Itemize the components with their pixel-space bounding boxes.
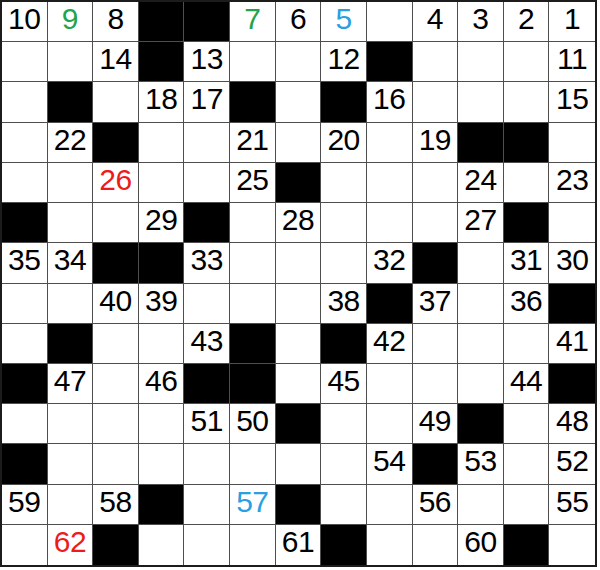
- cell-r10-c9[interactable]: [367, 364, 413, 404]
- cell-r6-c5-block: [184, 203, 230, 243]
- clue-number-21: 21: [230, 124, 275, 156]
- cell-r14-c1[interactable]: [2, 525, 48, 565]
- cell-r7-c12[interactable]: 31: [504, 243, 550, 283]
- cell-r13-c8[interactable]: [321, 485, 367, 525]
- cell-r14-c8-block: [321, 525, 367, 565]
- cell-r14-c13[interactable]: [549, 525, 595, 565]
- cell-r6-c4[interactable]: 29: [139, 203, 185, 243]
- cell-r12-c1-block: [2, 444, 48, 484]
- clue-number-4: 4: [413, 3, 458, 35]
- clue-number-41: 41: [549, 325, 595, 357]
- cell-r11-c11-block: [458, 404, 504, 444]
- cell-r2-c13[interactable]: 11: [549, 42, 595, 82]
- clue-number-12: 12: [321, 43, 366, 75]
- cell-r7-c6[interactable]: [230, 243, 276, 283]
- cell-r10-c10[interactable]: [413, 364, 459, 404]
- cell-r14-c7[interactable]: 61: [276, 525, 322, 565]
- cell-r11-c1[interactable]: [2, 404, 48, 444]
- cell-r4-c9[interactable]: [367, 123, 413, 163]
- cell-r12-c3[interactable]: [93, 444, 139, 484]
- cell-r10-c8[interactable]: 45: [321, 364, 367, 404]
- cell-r14-c6[interactable]: [230, 525, 276, 565]
- clue-number-60: 60: [458, 526, 503, 558]
- cell-r1-c1[interactable]: 10: [2, 2, 48, 42]
- cell-r1-c10[interactable]: 4: [413, 2, 459, 42]
- cell-r3-c11[interactable]: [458, 82, 504, 122]
- cell-r12-c13[interactable]: 52: [549, 444, 595, 484]
- cell-r10-c5-block: [184, 364, 230, 404]
- cell-r4-c1[interactable]: [2, 123, 48, 163]
- cell-r5-c2[interactable]: [48, 163, 94, 203]
- cell-r7-c7[interactable]: [276, 243, 322, 283]
- cell-r4-c4[interactable]: [139, 123, 185, 163]
- cell-r8-c2[interactable]: [48, 284, 94, 324]
- clue-number-52: 52: [549, 445, 595, 477]
- cell-r4-c12-block: [504, 123, 550, 163]
- cell-r11-c8[interactable]: [321, 404, 367, 444]
- clue-number-17: 17: [184, 83, 229, 115]
- cell-r5-c8[interactable]: [321, 163, 367, 203]
- clue-number-30: 30: [549, 244, 595, 276]
- cell-r10-c3[interactable]: [93, 364, 139, 404]
- clue-number-35: 35: [2, 244, 47, 276]
- clue-number-61: 61: [276, 526, 321, 558]
- cell-r5-c13[interactable]: 23: [549, 163, 595, 203]
- clue-number-19: 19: [413, 124, 458, 156]
- clue-number-7: 7: [230, 3, 275, 35]
- cell-r3-c3[interactable]: [93, 82, 139, 122]
- cell-r1-c12[interactable]: 2: [504, 2, 550, 42]
- clue-number-57: 57: [230, 486, 275, 518]
- clue-number-56: 56: [413, 486, 458, 518]
- cell-r11-c7-block: [276, 404, 322, 444]
- cell-r13-c11[interactable]: [458, 485, 504, 525]
- cell-r3-c6-block: [230, 82, 276, 122]
- cell-r3-c12[interactable]: [504, 82, 550, 122]
- cell-r11-c10[interactable]: 49: [413, 404, 459, 444]
- cell-r11-c4[interactable]: [139, 404, 185, 444]
- cell-r6-c9[interactable]: [367, 203, 413, 243]
- cell-r13-c3[interactable]: 58: [93, 485, 139, 525]
- cell-r4-c2[interactable]: 22: [48, 123, 94, 163]
- cell-r10-c12[interactable]: 44: [504, 364, 550, 404]
- cell-r14-c9[interactable]: [367, 525, 413, 565]
- cell-r6-c8[interactable]: [321, 203, 367, 243]
- clue-number-16: 16: [367, 83, 412, 115]
- cell-r2-c12[interactable]: [504, 42, 550, 82]
- clue-number-62: 62: [48, 526, 93, 558]
- cell-r7-c10-block: [413, 243, 459, 283]
- cell-r14-c3-block: [93, 525, 139, 565]
- cell-r6-c10[interactable]: [413, 203, 459, 243]
- cell-r8-c4[interactable]: 39: [139, 284, 185, 324]
- clue-number-33: 33: [184, 244, 229, 276]
- cell-r2-c11[interactable]: [458, 42, 504, 82]
- cell-r14-c5[interactable]: [184, 525, 230, 565]
- cell-r7-c9[interactable]: 32: [367, 243, 413, 283]
- clue-number-8: 8: [93, 3, 138, 35]
- cell-r10-c4[interactable]: 46: [139, 364, 185, 404]
- clue-number-47: 47: [48, 365, 93, 397]
- cell-r7-c11[interactable]: [458, 243, 504, 283]
- cell-r12-c7[interactable]: [276, 444, 322, 484]
- clue-number-11: 11: [549, 43, 595, 75]
- cell-r5-c4[interactable]: [139, 163, 185, 203]
- clue-number-31: 31: [504, 244, 549, 276]
- cell-r1-c6[interactable]: 7: [230, 2, 276, 42]
- clue-number-25: 25: [230, 164, 275, 196]
- cell-r10-c6-block: [230, 364, 276, 404]
- cell-r3-c7[interactable]: [276, 82, 322, 122]
- cell-r14-c4[interactable]: [139, 525, 185, 565]
- cell-r13-c5[interactable]: [184, 485, 230, 525]
- cell-r9-c5[interactable]: 43: [184, 324, 230, 364]
- cell-r2-c4-block: [139, 42, 185, 82]
- cell-r10-c1-block: [2, 364, 48, 404]
- cell-r9-c1[interactable]: [2, 324, 48, 364]
- clue-number-42: 42: [367, 325, 412, 357]
- clue-number-18: 18: [139, 83, 184, 115]
- cell-r9-c2-block: [48, 324, 94, 364]
- cell-r3-c2-block: [48, 82, 94, 122]
- cell-r5-c5[interactable]: [184, 163, 230, 203]
- cell-r12-c8[interactable]: [321, 444, 367, 484]
- clue-number-55: 55: [549, 486, 595, 518]
- clue-number-2: 2: [504, 3, 549, 35]
- cell-r4-c8[interactable]: 20: [321, 123, 367, 163]
- clue-number-23: 23: [549, 164, 595, 196]
- cell-r11-c13[interactable]: 48: [549, 404, 595, 444]
- cell-r1-c7[interactable]: 6: [276, 2, 322, 42]
- clue-number-37: 37: [413, 285, 458, 317]
- cell-r5-c1[interactable]: [2, 163, 48, 203]
- cell-r9-c4[interactable]: [139, 324, 185, 364]
- cell-r8-c9-block: [367, 284, 413, 324]
- cell-r3-c13[interactable]: 15: [549, 82, 595, 122]
- clue-number-9: 9: [48, 3, 93, 35]
- cell-r13-c1[interactable]: 59: [2, 485, 48, 525]
- cell-r6-c1-block: [2, 203, 48, 243]
- clue-number-45: 45: [321, 365, 366, 397]
- clue-number-40: 40: [93, 285, 138, 317]
- cell-r3-c4[interactable]: 18: [139, 82, 185, 122]
- cell-r9-c13[interactable]: 41: [549, 324, 595, 364]
- cell-r6-c6[interactable]: [230, 203, 276, 243]
- cell-r11-c2[interactable]: [48, 404, 94, 444]
- cell-r14-c11[interactable]: 60: [458, 525, 504, 565]
- cell-r1-c3[interactable]: 8: [93, 2, 139, 42]
- cell-r2-c8[interactable]: 12: [321, 42, 367, 82]
- cell-r6-c7[interactable]: 28: [276, 203, 322, 243]
- cell-r8-c7[interactable]: [276, 284, 322, 324]
- cell-r9-c11[interactable]: [458, 324, 504, 364]
- cell-r7-c5[interactable]: 33: [184, 243, 230, 283]
- crossword-board: 1098765432114131211181716152221201926252…: [0, 0, 597, 567]
- clue-number-51: 51: [184, 405, 229, 437]
- cell-r6-c13[interactable]: [549, 203, 595, 243]
- cell-r12-c10-block: [413, 444, 459, 484]
- cell-r6-c11[interactable]: 27: [458, 203, 504, 243]
- cell-r1-c2[interactable]: 9: [48, 2, 94, 42]
- cell-r13-c6[interactable]: 57: [230, 485, 276, 525]
- cell-r4-c10[interactable]: 19: [413, 123, 459, 163]
- clue-number-34: 34: [48, 244, 93, 276]
- clue-number-14: 14: [93, 43, 138, 75]
- cell-r8-c1[interactable]: [2, 284, 48, 324]
- clue-number-20: 20: [321, 124, 366, 156]
- cell-r9-c7[interactable]: [276, 324, 322, 364]
- cell-r5-c6[interactable]: 25: [230, 163, 276, 203]
- cell-r12-c4[interactable]: [139, 444, 185, 484]
- clue-number-44: 44: [504, 365, 549, 397]
- cell-r9-c6-block: [230, 324, 276, 364]
- clue-number-28: 28: [276, 204, 321, 236]
- cell-r1-c11[interactable]: 3: [458, 2, 504, 42]
- cell-r3-c1[interactable]: [2, 82, 48, 122]
- clue-number-22: 22: [48, 124, 93, 156]
- cell-r3-c5[interactable]: 17: [184, 82, 230, 122]
- cell-r14-c12-block: [504, 525, 550, 565]
- cell-r14-c2[interactable]: 62: [48, 525, 94, 565]
- cell-r8-c12[interactable]: 36: [504, 284, 550, 324]
- cell-r14-c10[interactable]: [413, 525, 459, 565]
- cell-r13-c9[interactable]: [367, 485, 413, 525]
- cell-r12-c5[interactable]: [184, 444, 230, 484]
- cell-r2-c6[interactable]: [230, 42, 276, 82]
- cell-r6-c2[interactable]: [48, 203, 94, 243]
- clue-number-43: 43: [184, 325, 229, 357]
- cell-r9-c9[interactable]: 42: [367, 324, 413, 364]
- cell-r2-c1[interactable]: [2, 42, 48, 82]
- cell-r7-c8[interactable]: [321, 243, 367, 283]
- cell-r13-c7-block: [276, 485, 322, 525]
- clue-number-10: 10: [2, 3, 47, 35]
- clue-number-1: 1: [549, 3, 595, 35]
- clue-number-54: 54: [367, 445, 412, 477]
- cell-r8-c10[interactable]: 37: [413, 284, 459, 324]
- cell-r2-c5[interactable]: 13: [184, 42, 230, 82]
- clue-number-39: 39: [139, 285, 184, 317]
- cell-r1-c4-block: [139, 2, 185, 42]
- cell-r9-c12[interactable]: [504, 324, 550, 364]
- cell-r8-c6[interactable]: [230, 284, 276, 324]
- cell-r10-c2[interactable]: 47: [48, 364, 94, 404]
- cell-r9-c10[interactable]: [413, 324, 459, 364]
- cell-r8-c11[interactable]: [458, 284, 504, 324]
- cell-r6-c12-block: [504, 203, 550, 243]
- clue-number-5: 5: [321, 3, 366, 35]
- clue-number-24: 24: [458, 164, 503, 196]
- cell-r2-c7[interactable]: [276, 42, 322, 82]
- cell-r6-c3[interactable]: [93, 203, 139, 243]
- cell-r9-c3[interactable]: [93, 324, 139, 364]
- cell-r7-c3-block: [93, 243, 139, 283]
- clue-number-48: 48: [549, 405, 595, 437]
- cell-r11-c3[interactable]: [93, 404, 139, 444]
- cell-r12-c9[interactable]: 54: [367, 444, 413, 484]
- cell-r3-c8-block: [321, 82, 367, 122]
- cell-r13-c12[interactable]: [504, 485, 550, 525]
- cell-r13-c10[interactable]: 56: [413, 485, 459, 525]
- clue-number-13: 13: [184, 43, 229, 75]
- clue-number-59: 59: [2, 486, 47, 518]
- cell-r4-c3-block: [93, 123, 139, 163]
- cell-r5-c7-block: [276, 163, 322, 203]
- cell-r12-c12[interactable]: [504, 444, 550, 484]
- cell-r2-c3[interactable]: 14: [93, 42, 139, 82]
- cell-r7-c4-block: [139, 243, 185, 283]
- cell-r11-c5[interactable]: 51: [184, 404, 230, 444]
- clue-number-50: 50: [230, 405, 275, 437]
- cell-r4-c7[interactable]: [276, 123, 322, 163]
- clue-number-29: 29: [139, 204, 184, 236]
- cell-r2-c9-block: [367, 42, 413, 82]
- clue-number-58: 58: [93, 486, 138, 518]
- cell-r7-c2[interactable]: 34: [48, 243, 94, 283]
- cell-r13-c13[interactable]: 55: [549, 485, 595, 525]
- cell-r1-c9[interactable]: [367, 2, 413, 42]
- crossword-page: 1098765432114131211181716152221201926252…: [0, 0, 600, 570]
- cell-r10-c7[interactable]: [276, 364, 322, 404]
- clue-number-53: 53: [458, 445, 503, 477]
- clue-number-6: 6: [276, 3, 321, 35]
- cell-r5-c3[interactable]: 26: [93, 163, 139, 203]
- cell-r4-c11-block: [458, 123, 504, 163]
- clue-number-38: 38: [321, 285, 366, 317]
- cell-r12-c11[interactable]: 53: [458, 444, 504, 484]
- cell-r13-c2[interactable]: [48, 485, 94, 525]
- cell-r7-c13[interactable]: 30: [549, 243, 595, 283]
- cell-r5-c10[interactable]: [413, 163, 459, 203]
- cell-r9-c8-block: [321, 324, 367, 364]
- clue-number-26: 26: [93, 164, 138, 196]
- clue-number-3: 3: [458, 3, 503, 35]
- clue-number-36: 36: [504, 285, 549, 317]
- cell-r8-c5[interactable]: [184, 284, 230, 324]
- cell-r13-c4-block: [139, 485, 185, 525]
- cell-r8-c3[interactable]: 40: [93, 284, 139, 324]
- cell-r1-c13[interactable]: 1: [549, 2, 595, 42]
- cell-r4-c13[interactable]: [549, 123, 595, 163]
- cell-r2-c2[interactable]: [48, 42, 94, 82]
- cell-r8-c8[interactable]: 38: [321, 284, 367, 324]
- clue-number-49: 49: [413, 405, 458, 437]
- cell-r11-c12[interactable]: [504, 404, 550, 444]
- cell-r10-c11[interactable]: [458, 364, 504, 404]
- cell-r4-c6[interactable]: 21: [230, 123, 276, 163]
- cell-r11-c9[interactable]: [367, 404, 413, 444]
- cell-r4-c5[interactable]: [184, 123, 230, 163]
- cell-r5-c9[interactable]: [367, 163, 413, 203]
- cell-r2-c10[interactable]: [413, 42, 459, 82]
- clue-number-46: 46: [139, 365, 184, 397]
- cell-r10-c13-block: [549, 364, 595, 404]
- cell-r3-c9[interactable]: 16: [367, 82, 413, 122]
- clue-number-27: 27: [458, 204, 503, 236]
- cell-r7-c1[interactable]: 35: [2, 243, 48, 283]
- clue-number-32: 32: [367, 244, 412, 276]
- cell-r11-c6[interactable]: 50: [230, 404, 276, 444]
- cell-r3-c10[interactable]: [413, 82, 459, 122]
- cell-r8-c13-block: [549, 284, 595, 324]
- cell-r5-c11[interactable]: 24: [458, 163, 504, 203]
- cell-r5-c12[interactable]: [504, 163, 550, 203]
- cell-r1-c8[interactable]: 5: [321, 2, 367, 42]
- cell-r1-c5-block: [184, 2, 230, 42]
- cell-r12-c2[interactable]: [48, 444, 94, 484]
- cell-r12-c6[interactable]: [230, 444, 276, 484]
- clue-number-15: 15: [549, 83, 595, 115]
